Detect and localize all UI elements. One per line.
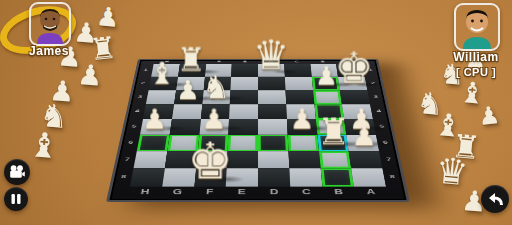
board-square[interactable] [229,104,258,119]
board-square[interactable] [349,151,383,168]
board-square[interactable] [320,168,354,186]
board-square[interactable] [231,77,258,90]
white-knight[interactable]: ♞ [202,72,230,104]
board-square[interactable] [351,168,386,186]
coordinate-label: F [206,60,232,64]
board-square[interactable] [258,77,285,90]
coordinate-label: 8 [116,174,130,182]
undo-icon [486,191,504,207]
coordinate-label: H [128,188,162,197]
avatar-james [29,2,71,46]
black-pawn[interactable]: ♟ [142,106,167,134]
coordinate-label: 3 [370,94,382,100]
coordinate-label: 5 [376,124,389,131]
board-square[interactable] [313,90,342,104]
white-bishop[interactable]: ♝ [149,59,177,90]
black-pawn[interactable]: ♟ [201,106,226,134]
board-square[interactable] [258,119,287,135]
board-square[interactable] [258,151,289,168]
coordinate-label: 8 [385,174,399,182]
coordinate-label: 5 [127,124,140,131]
coordinate-label: C [290,188,323,197]
camera-icon [9,165,25,179]
board-square[interactable] [288,151,320,168]
board-square[interactable] [258,104,287,119]
chess-board: ♜♛♚♟♝♞♟♜♟♟♟♟♟♚ [130,64,386,187]
player-name-james: James [9,44,89,58]
black-rook[interactable]: ♜ [317,113,350,150]
coordinate-label: A [354,188,388,197]
board-square[interactable] [130,168,165,186]
coordinate-label: E [225,188,258,197]
camera-button[interactable] [4,159,30,185]
black-king[interactable]: ♚ [187,135,233,186]
pause-button[interactable] [4,187,28,211]
coordinate-label: G [160,188,193,197]
avatar-william-portrait [456,5,498,49]
avatar-james-portrait [31,4,69,44]
player-tag-cpu: [ CPU ] [436,66,512,78]
white-pawn[interactable]: ♟ [176,77,200,103]
black-pawn[interactable]: ♟ [351,121,377,150]
board-square[interactable] [287,135,318,151]
coordinate-label: 6 [379,140,392,147]
coordinate-label: 7 [120,156,134,163]
coordinate-label: 7 [382,156,396,163]
game-stage: ♜♛♚♟♝♞♟♜♟♟♟♟♟♚ HHGGFFEEDDCCBBAA112233445… [0,0,512,225]
captured-bishop: ♝ [27,127,60,164]
board-square[interactable] [285,77,313,90]
coordinate-label: D [258,188,291,197]
coordinate-label: 2 [137,81,149,87]
board-square[interactable] [258,135,288,151]
board-square[interactable] [137,135,170,151]
coordinate-label: B [322,188,355,197]
coordinate-label: F [193,188,226,197]
board-square[interactable] [289,168,322,186]
black-pawn[interactable]: ♟ [290,106,315,134]
board-square[interactable] [172,104,202,119]
captured-pawn: ♟ [95,3,120,31]
white-queen[interactable]: ♛ [253,36,290,77]
board-square[interactable] [319,151,352,168]
board-square[interactable] [258,90,286,104]
white-king[interactable]: ♚ [334,46,373,89]
board-square[interactable] [133,151,167,168]
avatar-william [454,3,500,51]
board-square[interactable] [258,168,290,186]
coordinate-label: 4 [373,109,386,115]
player-name-william: William [436,50,512,64]
captured-pawn: ♟ [477,103,501,129]
coordinate-label: 6 [124,140,137,147]
chess-board-frame: ♜♛♚♟♝♞♟♜♟♟♟♟♟♚ HHGGFFEEDDCCBBAA112233445… [106,59,410,202]
captured-pawn: ♟ [76,61,103,91]
pause-icon [10,193,22,205]
undo-button[interactable] [481,185,509,213]
coordinate-label: 3 [134,94,146,100]
